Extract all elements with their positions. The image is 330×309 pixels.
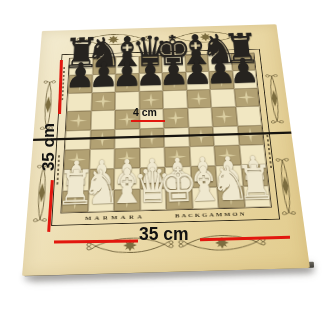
white-rook: ♜	[234, 158, 277, 207]
star-pattern-icon	[142, 130, 161, 145]
star-pattern-icon	[215, 109, 234, 123]
square-g5	[211, 107, 237, 126]
bottom-dimension-label: 35 cm	[139, 224, 189, 245]
star-pattern-icon	[241, 128, 261, 143]
square-dimension-label: 4 cm	[133, 106, 157, 118]
square-dimension-underline	[131, 120, 165, 122]
square-f6	[186, 89, 211, 108]
square-e6	[163, 90, 188, 109]
square-h5	[235, 106, 261, 125]
square-a4	[65, 130, 91, 150]
star-pattern-icon	[190, 92, 209, 106]
product-photo: ♜♞♝♛♚♝♞♜♟♟♟♟♟♟♟♟♟♟♟♟♟♟♟♟♜♞♝♛♚♝♞♜ MARMARA…	[0, 0, 330, 309]
square-b6	[91, 92, 115, 111]
square-g4	[213, 126, 239, 146]
left-dimension-label: 35 cm	[34, 112, 64, 182]
star-pattern-icon	[166, 111, 185, 125]
star-pattern-icon	[94, 94, 112, 108]
square-e4	[164, 127, 189, 147]
star-pattern-icon	[93, 132, 112, 147]
square-h7: ♟	[232, 70, 257, 88]
square-f5	[187, 108, 212, 128]
square-f4	[188, 126, 214, 146]
square-a6	[67, 93, 92, 112]
square-d4	[139, 128, 164, 148]
square-a5	[66, 111, 91, 131]
star-pattern-icon	[69, 113, 88, 127]
star-pattern-icon	[237, 90, 256, 104]
square-b5	[90, 110, 115, 130]
square-h6	[234, 88, 260, 107]
square-c4	[115, 128, 140, 148]
star-pattern-icon	[192, 129, 211, 144]
square-b4	[90, 129, 115, 149]
black-pawn: ♟	[227, 53, 261, 88]
star-pattern-icon	[142, 93, 160, 107]
square-e5	[163, 108, 188, 128]
square-h4	[237, 125, 264, 145]
square-h1: ♜	[243, 185, 271, 207]
square-g6	[210, 89, 235, 108]
